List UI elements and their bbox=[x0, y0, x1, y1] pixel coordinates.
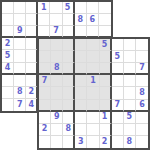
cell-r1c1[interactable] bbox=[2, 2, 14, 14]
cell-r2c9[interactable] bbox=[99, 14, 111, 26]
cell-r2c7[interactable]: 8 bbox=[75, 14, 87, 26]
cell-r4c1[interactable]: 2 bbox=[2, 38, 14, 50]
cell-r2c6[interactable] bbox=[63, 14, 75, 26]
cell-r1c9[interactable] bbox=[99, 2, 111, 14]
cell-r7c7[interactable] bbox=[75, 75, 87, 87]
cell-r3c1[interactable] bbox=[2, 26, 14, 38]
cell-r5c11[interactable] bbox=[124, 51, 136, 63]
cell-r4c12[interactable] bbox=[136, 39, 148, 51]
cell-r10c12[interactable] bbox=[136, 112, 148, 124]
cell-r11c11[interactable] bbox=[124, 124, 136, 136]
cell-r10c5[interactable]: 9 bbox=[51, 112, 63, 124]
cell-r11c8[interactable] bbox=[87, 124, 99, 136]
cell-r8c8[interactable] bbox=[87, 87, 99, 99]
cell-r6c12[interactable]: 7 bbox=[136, 63, 148, 75]
cell-r4c9[interactable]: 5 bbox=[100, 39, 112, 51]
cell-r10c11[interactable]: 5 bbox=[124, 112, 136, 124]
cell-r5c5[interactable] bbox=[51, 51, 63, 63]
cell-r10c7[interactable] bbox=[75, 112, 87, 124]
cell-r5c9[interactable] bbox=[100, 51, 112, 63]
cell-r9c6[interactable] bbox=[63, 100, 75, 112]
cell-r11c5[interactable] bbox=[51, 124, 63, 136]
cell-r5c4[interactable] bbox=[39, 51, 51, 63]
cell-r9c11[interactable] bbox=[124, 100, 136, 112]
cell-r11c7[interactable] bbox=[75, 124, 87, 136]
cell-r9c8[interactable] bbox=[87, 100, 99, 112]
cell-r12c7[interactable]: 3 bbox=[75, 136, 87, 148]
cell-r12c4[interactable] bbox=[39, 136, 51, 148]
cell-r7c11[interactable] bbox=[124, 75, 136, 87]
cell-r6c7[interactable] bbox=[75, 63, 87, 75]
cell-r1c5[interactable] bbox=[50, 2, 62, 14]
overlapping-sudoku-puzzle: 15869725548718274 55877187691528328 bbox=[0, 0, 150, 150]
cell-r11c9[interactable] bbox=[100, 124, 112, 136]
cell-r4c6[interactable] bbox=[63, 39, 75, 51]
cell-r2c5[interactable] bbox=[50, 14, 62, 26]
cell-r5c6[interactable] bbox=[63, 51, 75, 63]
cell-r1c3[interactable] bbox=[26, 2, 38, 14]
cell-r12c6[interactable] bbox=[63, 136, 75, 148]
cell-r6c2[interactable] bbox=[14, 63, 26, 75]
cell-r2c2[interactable] bbox=[14, 14, 26, 26]
cell-r12c10[interactable] bbox=[112, 136, 124, 148]
cell-r4c7[interactable] bbox=[75, 39, 87, 51]
cell-r10c4[interactable] bbox=[39, 112, 51, 124]
cell-r8c6[interactable] bbox=[63, 87, 75, 99]
cell-r7c1[interactable] bbox=[2, 75, 14, 87]
cell-r10c8[interactable] bbox=[87, 112, 99, 124]
cell-r7c6[interactable] bbox=[63, 75, 75, 87]
cell-r6c11[interactable] bbox=[124, 63, 136, 75]
cell-r8c9[interactable] bbox=[100, 87, 112, 99]
cell-r2c1[interactable] bbox=[2, 14, 14, 26]
cell-r1c2[interactable] bbox=[14, 2, 26, 14]
cell-r4c8[interactable] bbox=[87, 39, 99, 51]
cell-r1c6[interactable]: 5 bbox=[63, 2, 75, 14]
cell-r12c5[interactable] bbox=[51, 136, 63, 148]
cell-r12c8[interactable] bbox=[87, 136, 99, 148]
cell-r6c10[interactable] bbox=[112, 63, 124, 75]
cell-r5c10[interactable]: 5 bbox=[112, 51, 124, 63]
cell-r4c11[interactable] bbox=[124, 39, 136, 51]
cell-r9c1[interactable] bbox=[2, 99, 14, 111]
cell-r4c5[interactable] bbox=[51, 39, 63, 51]
cell-r9c4[interactable] bbox=[39, 100, 51, 112]
cell-r9c5[interactable] bbox=[51, 100, 63, 112]
cell-r6c6[interactable] bbox=[63, 63, 75, 75]
cell-r8c7[interactable] bbox=[75, 87, 87, 99]
cell-r1c4[interactable]: 1 bbox=[38, 2, 50, 14]
cell-r8c11[interactable] bbox=[124, 87, 136, 99]
cell-r3c2[interactable]: 9 bbox=[14, 26, 26, 38]
cell-r9c12[interactable]: 6 bbox=[136, 100, 148, 112]
cell-r9c10[interactable]: 7 bbox=[112, 100, 124, 112]
cell-r8c12[interactable]: 8 bbox=[136, 87, 148, 99]
cell-r11c4[interactable]: 2 bbox=[39, 124, 51, 136]
cell-r9c2[interactable]: 7 bbox=[14, 99, 26, 111]
cell-r1c7[interactable] bbox=[75, 2, 87, 14]
cell-r4c10[interactable] bbox=[112, 39, 124, 51]
cell-r7c2[interactable] bbox=[14, 75, 26, 87]
cell-r7c5[interactable] bbox=[51, 75, 63, 87]
cell-r6c1[interactable]: 4 bbox=[2, 63, 14, 75]
cell-r5c12[interactable] bbox=[136, 51, 148, 63]
cell-r8c4[interactable] bbox=[39, 87, 51, 99]
cell-r11c12[interactable] bbox=[136, 124, 148, 136]
cell-r7c12[interactable] bbox=[136, 75, 148, 87]
cell-r7c4[interactable]: 7 bbox=[39, 75, 51, 87]
cell-r4c4[interactable] bbox=[39, 39, 51, 51]
cell-r2c8[interactable]: 6 bbox=[87, 14, 99, 26]
cell-r8c2[interactable]: 8 bbox=[14, 87, 26, 99]
cell-r4c2[interactable] bbox=[14, 38, 26, 50]
cell-r1c8[interactable] bbox=[87, 2, 99, 14]
cell-r11c6[interactable]: 8 bbox=[63, 124, 75, 136]
cell-r12c12[interactable] bbox=[136, 136, 148, 148]
cell-r11c10[interactable] bbox=[112, 124, 124, 136]
sudoku-board-bottom-right: 55877187691528328 bbox=[37, 37, 150, 150]
cell-r5c2[interactable] bbox=[14, 50, 26, 62]
cell-r8c1[interactable] bbox=[2, 87, 14, 99]
cell-r5c8[interactable] bbox=[87, 51, 99, 63]
cell-r6c4[interactable] bbox=[39, 63, 51, 75]
cell-r6c8[interactable] bbox=[87, 63, 99, 75]
cell-r6c9[interactable] bbox=[100, 63, 112, 75]
cell-r2c4[interactable] bbox=[38, 14, 50, 26]
cell-r10c6[interactable] bbox=[63, 112, 75, 124]
cell-r8c5[interactable] bbox=[51, 87, 63, 99]
cell-r10c9[interactable]: 1 bbox=[100, 112, 112, 124]
cell-r6c5[interactable]: 8 bbox=[51, 63, 63, 75]
cell-r7c10[interactable] bbox=[112, 75, 124, 87]
cell-r9c9[interactable] bbox=[100, 100, 112, 112]
cell-r7c9[interactable] bbox=[100, 75, 112, 87]
cell-r7c8[interactable]: 1 bbox=[87, 75, 99, 87]
cell-r8c10[interactable] bbox=[112, 87, 124, 99]
cell-r2c3[interactable] bbox=[26, 14, 38, 26]
cell-r12c9[interactable]: 2 bbox=[100, 136, 112, 148]
cell-r10c10[interactable] bbox=[112, 112, 124, 124]
cell-r5c7[interactable] bbox=[75, 51, 87, 63]
cell-r12c11[interactable]: 8 bbox=[124, 136, 136, 148]
cell-r9c7[interactable] bbox=[75, 100, 87, 112]
cell-r5c1[interactable]: 5 bbox=[2, 50, 14, 62]
